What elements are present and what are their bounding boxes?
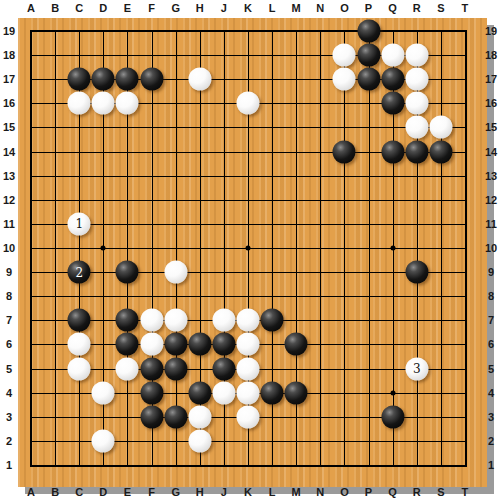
- black-stone[interactable]: [140, 68, 163, 91]
- coord-label-top: C: [67, 0, 91, 16]
- coord-label-top: D: [91, 0, 115, 16]
- coord-label-right: 3: [482, 409, 500, 425]
- move-number: 1: [75, 217, 83, 231]
- star-point: [245, 245, 250, 250]
- white-stone[interactable]: [68, 333, 91, 356]
- coord-label-bottom: Q: [381, 484, 405, 500]
- coord-label-bottom: F: [140, 484, 164, 500]
- coord-label-right: 10: [482, 240, 500, 256]
- black-stone[interactable]: [164, 333, 187, 356]
- white-stone[interactable]: [236, 357, 259, 380]
- coord-label-left: 4: [0, 385, 18, 401]
- white-stone[interactable]: [236, 309, 259, 332]
- black-stone[interactable]: [140, 405, 163, 428]
- coord-label-left: 14: [0, 144, 18, 160]
- coord-label-bottom: R: [405, 484, 429, 500]
- black-stone[interactable]: [188, 381, 211, 404]
- coord-label-bottom: E: [115, 484, 139, 500]
- coord-label-bottom: H: [188, 484, 212, 500]
- coord-label-left: 2: [0, 433, 18, 449]
- coord-label-bottom: K: [236, 484, 260, 500]
- coord-label-bottom: G: [164, 484, 188, 500]
- coord-label-left: 7: [0, 312, 18, 328]
- white-stone[interactable]: [164, 309, 187, 332]
- white-stone[interactable]: [212, 309, 235, 332]
- black-stone[interactable]: [188, 333, 211, 356]
- black-stone[interactable]: [405, 140, 428, 163]
- coord-label-right: 11: [482, 216, 500, 232]
- coord-label-right: 13: [482, 168, 500, 184]
- white-stone[interactable]: [92, 429, 115, 452]
- black-stone[interactable]: [357, 44, 380, 67]
- black-stone[interactable]: [212, 333, 235, 356]
- coord-label-top: A: [19, 0, 43, 16]
- coord-label-top: M: [284, 0, 308, 16]
- white-stone[interactable]: [212, 381, 235, 404]
- coord-label-top: O: [332, 0, 356, 16]
- black-stone[interactable]: [333, 140, 356, 163]
- black-stone[interactable]: [116, 261, 139, 284]
- coord-label-top: F: [140, 0, 164, 16]
- black-stone[interactable]: [92, 68, 115, 91]
- black-stone[interactable]: [381, 405, 404, 428]
- coord-label-top: R: [405, 0, 429, 16]
- white-stone[interactable]: [333, 68, 356, 91]
- black-stone[interactable]: [357, 20, 380, 43]
- black-stone[interactable]: [429, 140, 452, 163]
- coord-label-top: K: [236, 0, 260, 16]
- white-stone[interactable]: [188, 405, 211, 428]
- white-stone[interactable]: [236, 381, 259, 404]
- coord-label-bottom: A: [19, 484, 43, 500]
- white-stone[interactable]: [92, 92, 115, 115]
- black-stone[interactable]: [116, 333, 139, 356]
- coord-label-top: E: [115, 0, 139, 16]
- black-stone[interactable]: [140, 381, 163, 404]
- black-stone[interactable]: [405, 261, 428, 284]
- coord-label-right: 17: [482, 71, 500, 87]
- coord-label-right: 14: [482, 144, 500, 160]
- white-stone[interactable]: [333, 44, 356, 67]
- coord-label-left: 16: [0, 95, 18, 111]
- star-point: [390, 245, 395, 250]
- coord-label-bottom: J: [212, 484, 236, 500]
- coord-label-left: 9: [0, 264, 18, 280]
- white-stone[interactable]: [140, 309, 163, 332]
- white-stone[interactable]: [68, 92, 91, 115]
- coord-label-top: G: [164, 0, 188, 16]
- white-stone[interactable]: [236, 92, 259, 115]
- coord-label-top: N: [308, 0, 332, 16]
- coord-label-bottom: D: [91, 484, 115, 500]
- black-stone[interactable]: [261, 381, 284, 404]
- coord-label-right: 7: [482, 312, 500, 328]
- coord-label-right: 2: [482, 433, 500, 449]
- white-stone[interactable]: [188, 68, 211, 91]
- coord-label-right: 9: [482, 264, 500, 280]
- coord-label-top: P: [357, 0, 381, 16]
- star-point: [390, 390, 395, 395]
- coord-label-right: 8: [482, 288, 500, 304]
- white-stone[interactable]: 3: [405, 357, 428, 380]
- coord-label-right: 6: [482, 336, 500, 352]
- coord-label-bottom: P: [357, 484, 381, 500]
- coord-label-top: S: [429, 0, 453, 16]
- coord-label-right: 4: [482, 385, 500, 401]
- coord-label-left: 17: [0, 71, 18, 87]
- go-board[interactable]: 213: [18, 18, 487, 487]
- star-point: [101, 245, 106, 250]
- black-stone[interactable]: [381, 140, 404, 163]
- coord-label-right: 12: [482, 192, 500, 208]
- black-stone[interactable]: 2: [68, 261, 91, 284]
- coord-label-right: 5: [482, 361, 500, 377]
- coord-label-bottom: N: [308, 484, 332, 500]
- coord-label-right: 1: [482, 457, 500, 473]
- black-stone[interactable]: [116, 68, 139, 91]
- coord-label-left: 10: [0, 240, 18, 256]
- white-stone[interactable]: [405, 44, 428, 67]
- white-stone[interactable]: [405, 68, 428, 91]
- coord-label-right: 18: [482, 47, 500, 63]
- coord-label-bottom: C: [67, 484, 91, 500]
- coord-label-left: 8: [0, 288, 18, 304]
- coord-label-left: 3: [0, 409, 18, 425]
- coord-label-top: H: [188, 0, 212, 16]
- white-stone[interactable]: [405, 92, 428, 115]
- white-stone[interactable]: [405, 116, 428, 139]
- coord-label-right: 19: [482, 23, 500, 39]
- coord-label-top: L: [260, 0, 284, 16]
- black-stone[interactable]: [285, 381, 308, 404]
- coord-label-top: T: [453, 0, 477, 16]
- coord-label-left: 13: [0, 168, 18, 184]
- coord-label-right: 16: [482, 95, 500, 111]
- white-stone[interactable]: [92, 381, 115, 404]
- coord-label-bottom: T: [453, 484, 477, 500]
- white-stone[interactable]: [381, 44, 404, 67]
- coord-label-left: 19: [0, 23, 18, 39]
- white-stone[interactable]: [116, 92, 139, 115]
- coord-label-bottom: B: [43, 484, 67, 500]
- move-number: 3: [413, 362, 421, 376]
- black-stone[interactable]: [381, 92, 404, 115]
- coord-label-left: 5: [0, 361, 18, 377]
- coord-label-left: 18: [0, 47, 18, 63]
- white-stone[interactable]: [164, 261, 187, 284]
- white-stone[interactable]: [236, 405, 259, 428]
- coord-label-left: 1: [0, 457, 18, 473]
- coord-label-left: 12: [0, 192, 18, 208]
- white-stone[interactable]: [429, 116, 452, 139]
- black-stone[interactable]: [212, 357, 235, 380]
- black-stone[interactable]: [261, 309, 284, 332]
- white-stone[interactable]: 1: [68, 212, 91, 235]
- black-stone[interactable]: [164, 357, 187, 380]
- coord-label-left: 6: [0, 336, 18, 352]
- white-stone[interactable]: [236, 333, 259, 356]
- coord-label-right: 15: [482, 119, 500, 135]
- black-stone[interactable]: [116, 309, 139, 332]
- coord-label-left: 15: [0, 119, 18, 135]
- coord-label-bottom: S: [429, 484, 453, 500]
- white-stone[interactable]: [140, 333, 163, 356]
- coord-label-top: B: [43, 0, 67, 16]
- coord-label-bottom: O: [332, 484, 356, 500]
- black-stone[interactable]: [140, 357, 163, 380]
- black-stone[interactable]: [68, 68, 91, 91]
- white-stone[interactable]: [188, 429, 211, 452]
- coord-label-bottom: L: [260, 484, 284, 500]
- white-stone[interactable]: [68, 357, 91, 380]
- white-stone[interactable]: [116, 357, 139, 380]
- coord-label-top: J: [212, 0, 236, 16]
- black-stone[interactable]: [164, 405, 187, 428]
- coord-label-bottom: M: [284, 484, 308, 500]
- black-stone[interactable]: [68, 309, 91, 332]
- black-stone[interactable]: [381, 68, 404, 91]
- black-stone[interactable]: [285, 333, 308, 356]
- move-number: 2: [75, 265, 83, 279]
- black-stone[interactable]: [357, 68, 380, 91]
- coord-label-top: Q: [381, 0, 405, 16]
- screen: 213 ABCDEFGHJKLMNOPQRST ABCDEFGHJKLMNOPQ…: [0, 0, 500, 500]
- coord-label-left: 11: [0, 216, 18, 232]
